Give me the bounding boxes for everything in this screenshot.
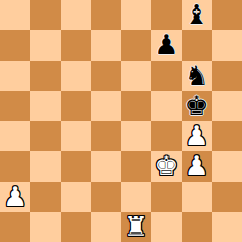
square-f4[interactable] — [151, 121, 181, 151]
square-g5[interactable]: ♚ — [182, 91, 212, 121]
square-a7[interactable] — [0, 30, 30, 60]
square-g7[interactable] — [182, 30, 212, 60]
square-f3[interactable]: ♚ — [151, 151, 181, 181]
piece-black-knight[interactable]: ♞ — [185, 61, 209, 91]
square-f5[interactable] — [151, 91, 181, 121]
square-b6[interactable] — [30, 61, 60, 91]
square-c5[interactable] — [61, 91, 91, 121]
square-a8[interactable] — [0, 0, 30, 30]
square-b4[interactable] — [30, 121, 60, 151]
square-f8[interactable] — [151, 0, 181, 30]
square-c2[interactable] — [61, 182, 91, 212]
square-c3[interactable] — [61, 151, 91, 181]
square-c6[interactable] — [61, 61, 91, 91]
square-g6[interactable]: ♞ — [182, 61, 212, 91]
square-g2[interactable] — [182, 182, 212, 212]
square-b1[interactable] — [30, 212, 60, 242]
square-a5[interactable] — [0, 91, 30, 121]
square-b8[interactable] — [30, 0, 60, 30]
square-a6[interactable] — [0, 61, 30, 91]
square-g8[interactable]: ♝ — [182, 0, 212, 30]
piece-black-king[interactable]: ♚ — [185, 91, 209, 121]
square-e3[interactable] — [121, 151, 151, 181]
square-h7[interactable] — [212, 30, 242, 60]
piece-white-pawn[interactable]: ♟ — [3, 182, 27, 212]
square-e5[interactable] — [121, 91, 151, 121]
square-f7[interactable]: ♟ — [151, 30, 181, 60]
square-h8[interactable] — [212, 0, 242, 30]
chess-board: ♝♟♞♚♟♚♟♟♜ — [0, 0, 242, 242]
square-h5[interactable] — [212, 91, 242, 121]
square-a4[interactable] — [0, 121, 30, 151]
piece-black-pawn[interactable]: ♟ — [154, 30, 178, 60]
square-d8[interactable] — [91, 0, 121, 30]
square-h2[interactable] — [212, 182, 242, 212]
piece-white-king[interactable]: ♚ — [154, 151, 178, 181]
square-d5[interactable] — [91, 91, 121, 121]
square-d2[interactable] — [91, 182, 121, 212]
square-d7[interactable] — [91, 30, 121, 60]
square-h3[interactable] — [212, 151, 242, 181]
square-e4[interactable] — [121, 121, 151, 151]
square-g1[interactable] — [182, 212, 212, 242]
square-e6[interactable] — [121, 61, 151, 91]
square-a3[interactable] — [0, 151, 30, 181]
square-d1[interactable] — [91, 212, 121, 242]
square-f6[interactable] — [151, 61, 181, 91]
square-d6[interactable] — [91, 61, 121, 91]
square-h6[interactable] — [212, 61, 242, 91]
square-e2[interactable] — [121, 182, 151, 212]
piece-white-pawn[interactable]: ♟ — [185, 151, 209, 181]
square-d3[interactable] — [91, 151, 121, 181]
square-b7[interactable] — [30, 30, 60, 60]
square-g3[interactable]: ♟ — [182, 151, 212, 181]
square-h4[interactable] — [212, 121, 242, 151]
square-b3[interactable] — [30, 151, 60, 181]
square-a2[interactable]: ♟ — [0, 182, 30, 212]
square-e1[interactable]: ♜ — [121, 212, 151, 242]
square-f2[interactable] — [151, 182, 181, 212]
piece-black-bishop[interactable]: ♝ — [185, 0, 209, 30]
square-f1[interactable] — [151, 212, 181, 242]
square-c1[interactable] — [61, 212, 91, 242]
square-b5[interactable] — [30, 91, 60, 121]
square-c8[interactable] — [61, 0, 91, 30]
piece-white-pawn[interactable]: ♟ — [185, 121, 209, 151]
square-e7[interactable] — [121, 30, 151, 60]
square-c7[interactable] — [61, 30, 91, 60]
square-a1[interactable] — [0, 212, 30, 242]
piece-white-rook[interactable]: ♜ — [124, 212, 148, 242]
square-e8[interactable] — [121, 0, 151, 30]
square-h1[interactable] — [212, 212, 242, 242]
square-b2[interactable] — [30, 182, 60, 212]
square-d4[interactable] — [91, 121, 121, 151]
square-g4[interactable]: ♟ — [182, 121, 212, 151]
square-c4[interactable] — [61, 121, 91, 151]
